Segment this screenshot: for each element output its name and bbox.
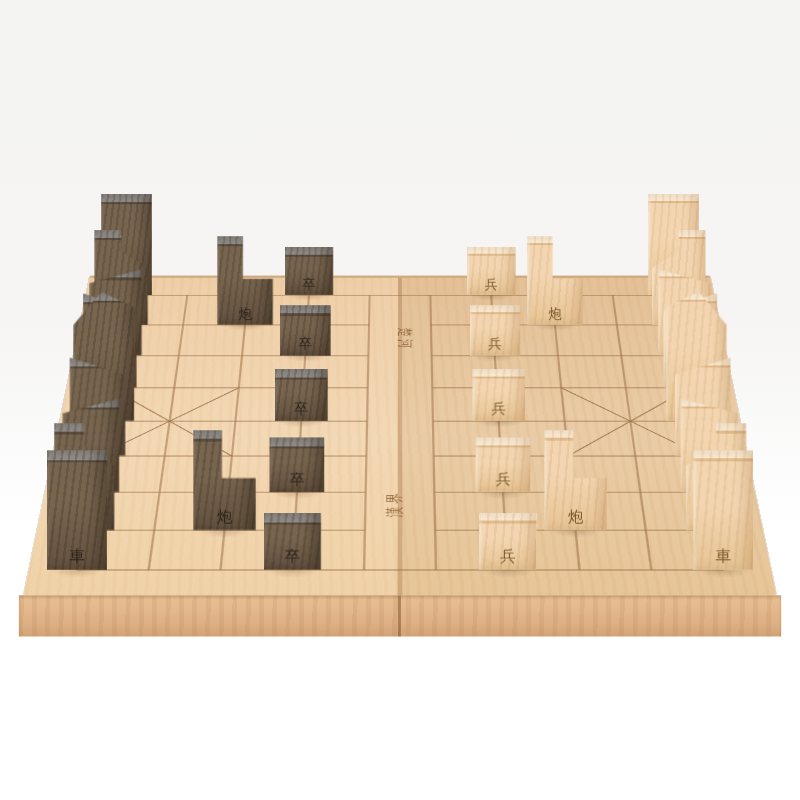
piece-red-soldier[interactable]: 兵	[479, 513, 536, 570]
piece-label: 炮	[568, 509, 583, 524]
piece-label: 卒	[298, 337, 312, 351]
piece-black-cannon[interactable]: 炮	[193, 430, 256, 531]
board-cell: 兵	[463, 340, 528, 371]
piece-label: 兵	[488, 337, 502, 351]
board-cell: 炮	[523, 310, 588, 340]
piece-red-chariot[interactable]: 車	[693, 450, 753, 570]
piece-black-soldier[interactable]: 卒	[264, 513, 321, 570]
piece-black-soldier[interactable]: 卒	[269, 437, 324, 492]
piece-black-soldier[interactable]: 卒	[285, 247, 334, 296]
piece-red-cannon[interactable]: 炮	[544, 430, 607, 531]
pieces-grid: 車卒兵車馬炮炮馬象卒兵相士仕將卒兵帥士仕象卒兵相馬炮炮馬車卒兵車	[37, 281, 763, 591]
piece-label: 卒	[290, 472, 305, 487]
board-cell: 卒	[261, 474, 332, 511]
piece-label: 車	[69, 548, 85, 564]
board-cell: 車	[37, 550, 116, 591]
board-front-edge	[19, 595, 781, 636]
piece-label: 車	[715, 548, 731, 564]
piece-red-cannon[interactable]: 炮	[527, 236, 583, 325]
board-scene: 楚河 漢界 車卒兵車馬炮炮馬象卒兵相士仕將卒兵帥士仕象卒兵相馬炮炮馬車卒兵車	[90, 276, 710, 636]
board-cell: 兵	[471, 550, 545, 591]
piece-red-soldier[interactable]: 兵	[470, 305, 521, 356]
board-cell: 炮	[539, 511, 613, 550]
piece-label: 兵	[500, 548, 516, 564]
board-cell: 炮	[212, 310, 277, 340]
board-cell: 卒	[272, 340, 337, 371]
piece-label: 炮	[238, 306, 251, 319]
board-cell: 卒	[255, 550, 329, 591]
piece-red-soldier[interactable]: 兵	[476, 437, 531, 492]
piece-red-soldier[interactable]: 兵	[472, 369, 525, 422]
piece-red-soldier[interactable]: 兵	[467, 247, 516, 296]
piece-label: 炮	[217, 509, 232, 524]
piece-label: 兵	[485, 277, 498, 290]
piece-black-soldier[interactable]: 卒	[275, 369, 328, 422]
piece-label: 卒	[294, 401, 308, 415]
piece-label: 兵	[492, 401, 506, 415]
piece-label: 兵	[496, 472, 511, 487]
board-cell: 兵	[468, 474, 539, 511]
piece-label: 炮	[548, 306, 561, 319]
board-cell: 炮	[187, 511, 261, 550]
piece-black-soldier[interactable]: 卒	[280, 305, 331, 356]
piece-black-chariot[interactable]: 車	[47, 450, 107, 570]
board-cell: 卒	[267, 404, 335, 438]
piece-label: 卒	[285, 548, 301, 564]
piece-label: 卒	[302, 277, 315, 290]
board-cell: 兵	[465, 404, 533, 438]
piece-black-cannon[interactable]: 炮	[217, 236, 273, 325]
xiangqi-board: 楚河 漢界 車卒兵車馬炮炮馬象卒兵相士仕將卒兵帥士仕象卒兵相馬炮炮馬車卒兵車	[24, 276, 777, 595]
board-cell: 車	[684, 550, 763, 591]
